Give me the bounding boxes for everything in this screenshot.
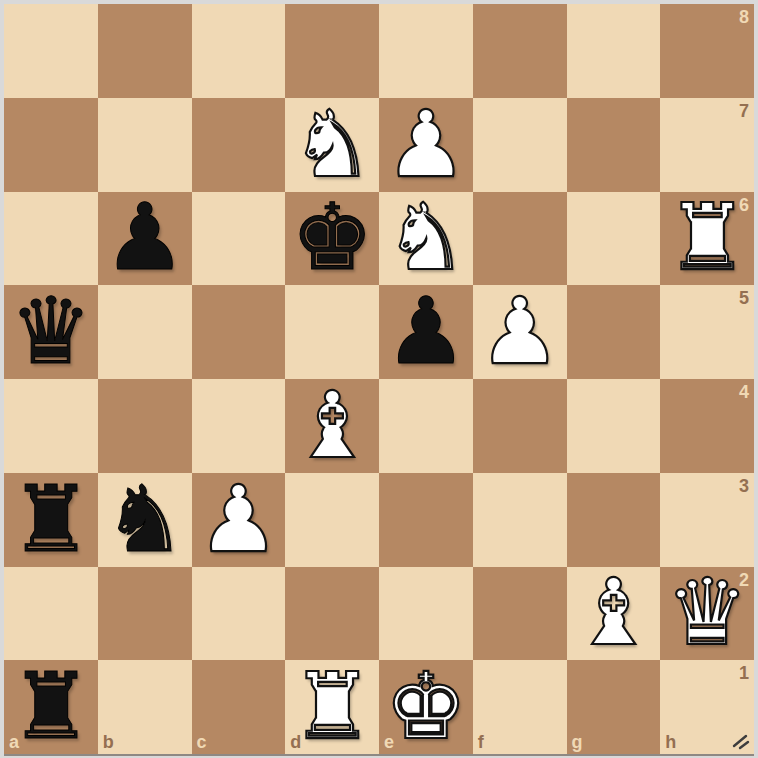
square-b5[interactable] [98, 285, 192, 379]
piece-white-knight[interactable]: ♞ [379, 192, 473, 286]
square-e7[interactable]: ♟ [379, 98, 473, 192]
square-d1[interactable]: ♜d [285, 660, 379, 754]
square-a7[interactable] [4, 98, 98, 192]
square-d2[interactable] [285, 567, 379, 661]
square-h4[interactable]: 4 [660, 379, 754, 473]
square-c8[interactable] [192, 4, 286, 98]
piece-black-queen[interactable]: ♛ [4, 285, 98, 379]
square-h5[interactable]: 5 [660, 285, 754, 379]
resize-handle-icon[interactable] [731, 731, 751, 751]
square-e1[interactable]: ♚e [379, 660, 473, 754]
piece-white-pawn[interactable]: ♟ [473, 285, 567, 379]
square-f3[interactable] [473, 473, 567, 567]
coord-rank-7: 7 [739, 102, 749, 120]
square-g4[interactable] [567, 379, 661, 473]
square-c4[interactable] [192, 379, 286, 473]
square-c6[interactable] [192, 192, 286, 286]
square-c2[interactable] [192, 567, 286, 661]
piece-black-knight[interactable]: ♞ [98, 473, 192, 567]
square-d8[interactable] [285, 4, 379, 98]
square-g2[interactable]: ♝ [567, 567, 661, 661]
square-h3[interactable]: 3 [660, 473, 754, 567]
coord-rank-5: 5 [739, 289, 749, 307]
piece-white-pawn[interactable]: ♟ [192, 473, 286, 567]
square-d4[interactable]: ♝ [285, 379, 379, 473]
square-a5[interactable]: ♛ [4, 285, 98, 379]
square-c3[interactable]: ♟ [192, 473, 286, 567]
square-e3[interactable] [379, 473, 473, 567]
square-h6[interactable]: ♜6 [660, 192, 754, 286]
square-e8[interactable] [379, 4, 473, 98]
square-c1[interactable]: c [192, 660, 286, 754]
square-b8[interactable] [98, 4, 192, 98]
square-a3[interactable]: ♜ [4, 473, 98, 567]
piece-white-queen[interactable]: ♛ [660, 567, 754, 661]
piece-white-king[interactable]: ♚ [379, 660, 473, 754]
square-h1[interactable]: 1h [660, 660, 754, 754]
square-d7[interactable]: ♞ [285, 98, 379, 192]
square-g5[interactable] [567, 285, 661, 379]
square-h2[interactable]: ♛2 [660, 567, 754, 661]
piece-white-pawn[interactable]: ♟ [379, 98, 473, 192]
square-g7[interactable] [567, 98, 661, 192]
piece-black-rook[interactable]: ♜ [4, 473, 98, 567]
coord-file-f: f [478, 733, 484, 751]
square-f2[interactable] [473, 567, 567, 661]
square-a1[interactable]: ♜a [4, 660, 98, 754]
piece-white-bishop[interactable]: ♝ [567, 567, 661, 661]
square-a4[interactable] [4, 379, 98, 473]
piece-black-rook[interactable]: ♜ [4, 660, 98, 754]
square-e5[interactable]: ♟ [379, 285, 473, 379]
piece-black-pawn[interactable]: ♟ [98, 192, 192, 286]
square-f1[interactable]: f [473, 660, 567, 754]
square-b6[interactable]: ♟ [98, 192, 192, 286]
coord-file-h: h [665, 733, 676, 751]
square-e4[interactable] [379, 379, 473, 473]
coord-rank-8: 8 [739, 8, 749, 26]
square-d5[interactable] [285, 285, 379, 379]
piece-white-bishop[interactable]: ♝ [285, 379, 379, 473]
square-h7[interactable]: 7 [660, 98, 754, 192]
square-e2[interactable] [379, 567, 473, 661]
square-b7[interactable] [98, 98, 192, 192]
square-c7[interactable] [192, 98, 286, 192]
piece-white-rook[interactable]: ♜ [285, 660, 379, 754]
piece-white-rook[interactable]: ♜ [660, 192, 754, 286]
coord-rank-3: 3 [739, 477, 749, 495]
piece-black-pawn[interactable]: ♟ [379, 285, 473, 379]
square-g8[interactable] [567, 4, 661, 98]
square-d6[interactable]: ♚ [285, 192, 379, 286]
square-e6[interactable]: ♞ [379, 192, 473, 286]
square-d3[interactable] [285, 473, 379, 567]
square-f4[interactable] [473, 379, 567, 473]
square-a2[interactable] [4, 567, 98, 661]
square-a8[interactable] [4, 4, 98, 98]
coord-file-b: b [103, 733, 114, 751]
piece-black-king[interactable]: ♚ [285, 192, 379, 286]
coord-rank-1: 1 [739, 664, 749, 682]
square-c5[interactable] [192, 285, 286, 379]
chess-board-frame: 8♞♟7♟♚♞♜6♛♟♟5♝4♜♞♟3♝♛2♜abc♜d♚efg1h [0, 0, 758, 758]
square-f7[interactable] [473, 98, 567, 192]
square-b1[interactable]: b [98, 660, 192, 754]
square-f8[interactable] [473, 4, 567, 98]
coord-file-g: g [572, 733, 583, 751]
square-h8[interactable]: 8 [660, 4, 754, 98]
square-f6[interactable] [473, 192, 567, 286]
piece-white-knight[interactable]: ♞ [285, 98, 379, 192]
square-g1[interactable]: g [567, 660, 661, 754]
square-b2[interactable] [98, 567, 192, 661]
coord-rank-4: 4 [739, 383, 749, 401]
square-b3[interactable]: ♞ [98, 473, 192, 567]
square-g6[interactable] [567, 192, 661, 286]
square-a6[interactable] [4, 192, 98, 286]
square-g3[interactable] [567, 473, 661, 567]
coord-file-c: c [197, 733, 207, 751]
square-f5[interactable]: ♟ [473, 285, 567, 379]
square-b4[interactable] [98, 379, 192, 473]
chess-board: 8♞♟7♟♚♞♜6♛♟♟5♝4♜♞♟3♝♛2♜abc♜d♚efg1h [4, 4, 754, 754]
